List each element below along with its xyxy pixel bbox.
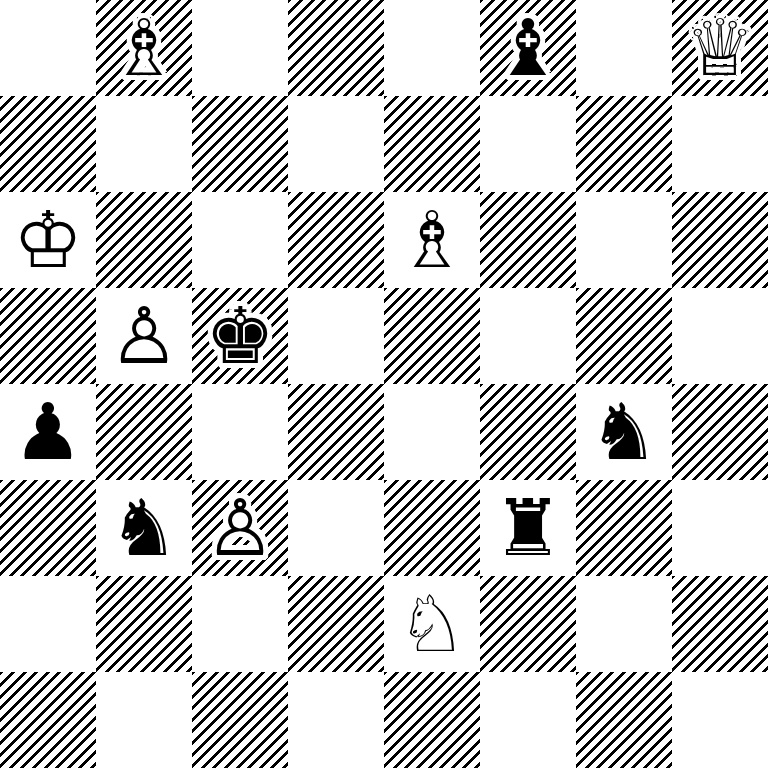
square-f6[interactable]	[480, 192, 576, 288]
square-c5[interactable]: ♚	[192, 288, 288, 384]
chess-board: ♗♝♕♔♗♙♚♟♞♞♙♜♘	[0, 0, 768, 768]
square-c3[interactable]: ♙	[192, 480, 288, 576]
white-bishop-e6[interactable]: ♗	[397, 192, 467, 288]
square-e4[interactable]	[384, 384, 480, 480]
black-bishop-f8[interactable]: ♝	[493, 0, 563, 96]
white-king-a6[interactable]: ♔	[13, 192, 83, 288]
square-a5[interactable]	[0, 288, 96, 384]
square-a7[interactable]	[0, 96, 96, 192]
black-pawn-a4[interactable]: ♟	[13, 384, 83, 480]
square-h5[interactable]	[672, 288, 768, 384]
square-e2[interactable]: ♘	[384, 576, 480, 672]
square-f8[interactable]: ♝	[480, 0, 576, 96]
square-c1[interactable]	[192, 672, 288, 768]
square-h2[interactable]	[672, 576, 768, 672]
square-b8[interactable]: ♗	[96, 0, 192, 96]
white-queen-h8[interactable]: ♕	[685, 0, 755, 96]
square-f1[interactable]	[480, 672, 576, 768]
square-d1[interactable]	[288, 672, 384, 768]
square-d6[interactable]	[288, 192, 384, 288]
black-king-c5[interactable]: ♚	[205, 288, 275, 384]
square-c6[interactable]	[192, 192, 288, 288]
square-g8[interactable]	[576, 0, 672, 96]
square-e3[interactable]	[384, 480, 480, 576]
square-e8[interactable]	[384, 0, 480, 96]
square-a4[interactable]: ♟	[0, 384, 96, 480]
square-c8[interactable]	[192, 0, 288, 96]
square-g3[interactable]	[576, 480, 672, 576]
square-a1[interactable]	[0, 672, 96, 768]
white-pawn-b5[interactable]: ♙	[109, 288, 179, 384]
square-b7[interactable]	[96, 96, 192, 192]
black-knight-b3[interactable]: ♞	[109, 480, 179, 576]
square-g5[interactable]	[576, 288, 672, 384]
square-b5[interactable]: ♙	[96, 288, 192, 384]
square-e7[interactable]	[384, 96, 480, 192]
black-knight-g4[interactable]: ♞	[589, 384, 659, 480]
square-e5[interactable]	[384, 288, 480, 384]
square-a3[interactable]	[0, 480, 96, 576]
square-g4[interactable]: ♞	[576, 384, 672, 480]
white-knight-e2[interactable]: ♘	[397, 576, 467, 672]
square-h7[interactable]	[672, 96, 768, 192]
white-bishop-b8[interactable]: ♗	[109, 0, 179, 96]
square-c4[interactable]	[192, 384, 288, 480]
square-f7[interactable]	[480, 96, 576, 192]
square-h1[interactable]	[672, 672, 768, 768]
square-b1[interactable]	[96, 672, 192, 768]
square-b6[interactable]	[96, 192, 192, 288]
square-b2[interactable]	[96, 576, 192, 672]
square-e1[interactable]	[384, 672, 480, 768]
white-pawn-c3[interactable]: ♙	[205, 480, 275, 576]
square-g6[interactable]	[576, 192, 672, 288]
square-a6[interactable]: ♔	[0, 192, 96, 288]
square-a2[interactable]	[0, 576, 96, 672]
square-d7[interactable]	[288, 96, 384, 192]
square-g2[interactable]	[576, 576, 672, 672]
black-rook-f3[interactable]: ♜	[493, 480, 563, 576]
square-d2[interactable]	[288, 576, 384, 672]
square-d3[interactable]	[288, 480, 384, 576]
square-b4[interactable]	[96, 384, 192, 480]
square-f2[interactable]	[480, 576, 576, 672]
square-h8[interactable]: ♕	[672, 0, 768, 96]
square-g1[interactable]	[576, 672, 672, 768]
square-c2[interactable]	[192, 576, 288, 672]
square-g7[interactable]	[576, 96, 672, 192]
square-d8[interactable]	[288, 0, 384, 96]
square-b3[interactable]: ♞	[96, 480, 192, 576]
square-c7[interactable]	[192, 96, 288, 192]
square-f4[interactable]	[480, 384, 576, 480]
square-f5[interactable]	[480, 288, 576, 384]
square-f3[interactable]: ♜	[480, 480, 576, 576]
square-a8[interactable]	[0, 0, 96, 96]
square-d5[interactable]	[288, 288, 384, 384]
square-h3[interactable]	[672, 480, 768, 576]
square-h4[interactable]	[672, 384, 768, 480]
square-e6[interactable]: ♗	[384, 192, 480, 288]
square-h6[interactable]	[672, 192, 768, 288]
square-d4[interactable]	[288, 384, 384, 480]
